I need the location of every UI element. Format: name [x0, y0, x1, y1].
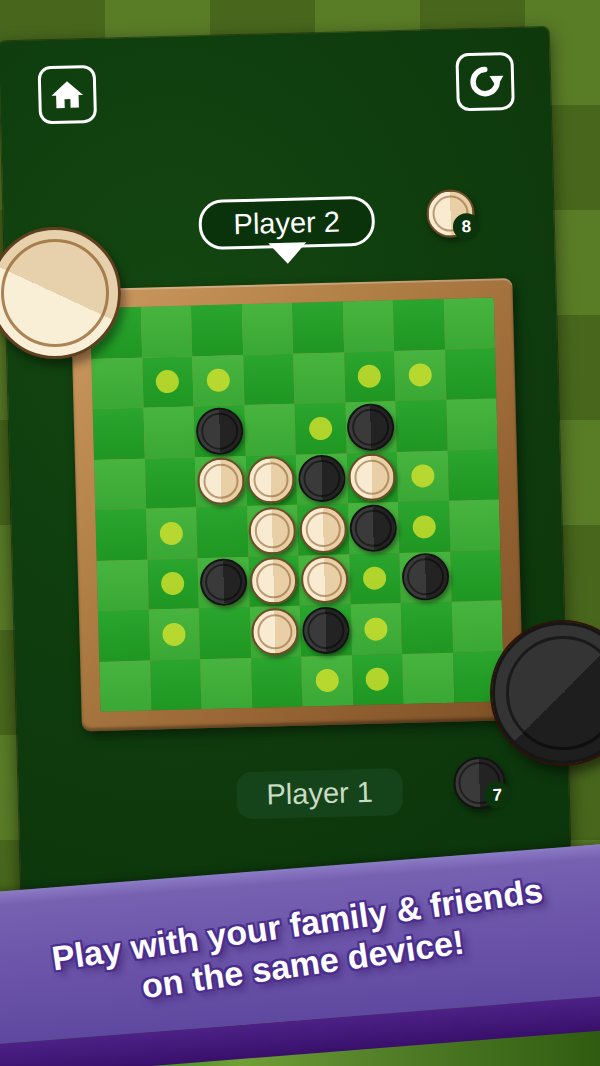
white-piece — [348, 453, 396, 501]
home-icon — [47, 74, 88, 115]
board-cell[interactable] — [344, 351, 396, 403]
board-cell[interactable] — [349, 553, 401, 605]
legal-move-dot — [364, 617, 388, 641]
board-frame — [70, 278, 523, 731]
legal-move-dot — [161, 572, 185, 596]
board-cell[interactable] — [342, 300, 394, 352]
board-cell[interactable] — [194, 405, 246, 457]
board-cell[interactable] — [140, 305, 192, 357]
board-grid — [90, 297, 504, 711]
white-piece — [299, 505, 347, 553]
board-cell[interactable] — [191, 304, 243, 356]
white-piece — [247, 456, 295, 504]
legal-move-dot — [363, 567, 387, 591]
board-cell[interactable] — [243, 353, 295, 405]
board-cell[interactable] — [199, 607, 251, 659]
restart-icon — [465, 61, 506, 102]
legal-move-dot — [408, 363, 432, 387]
board-cell[interactable] — [248, 555, 300, 607]
board-cell[interactable] — [352, 654, 404, 706]
board-cell[interactable] — [346, 452, 398, 504]
board-cell[interactable] — [296, 453, 348, 505]
legal-move-dot — [156, 370, 180, 394]
game-panel: Player 2 8 Player 1 7 — [0, 27, 571, 896]
board-cell[interactable] — [245, 454, 297, 506]
home-button[interactable] — [38, 65, 97, 124]
board-cell[interactable] — [144, 457, 196, 509]
legal-move-dot — [309, 417, 333, 441]
restart-button[interactable] — [455, 52, 514, 111]
player1-label-text: Player 1 — [266, 776, 373, 812]
board-cell[interactable] — [443, 297, 495, 349]
board-cell[interactable] — [147, 558, 199, 610]
board-cell[interactable] — [99, 660, 151, 712]
board-cell[interactable] — [143, 406, 195, 458]
board-cell[interactable] — [446, 398, 498, 450]
board-cell[interactable] — [241, 303, 293, 355]
white-piece — [251, 607, 299, 655]
board-cell[interactable] — [142, 356, 194, 408]
white-score-badge: 8 — [453, 213, 481, 241]
board-cell[interactable] — [93, 408, 145, 460]
turn-indicator-pointer — [268, 242, 307, 264]
board-cell[interactable] — [350, 603, 402, 655]
board-cell[interactable] — [293, 352, 345, 404]
board-cell[interactable] — [298, 554, 350, 606]
legal-move-dot — [162, 622, 186, 646]
board-cell[interactable] — [196, 506, 248, 558]
board-cell[interactable] — [449, 499, 501, 551]
board-cell[interactable] — [251, 656, 303, 708]
white-piece — [250, 557, 298, 605]
board-cell[interactable] — [451, 600, 503, 652]
black-piece — [302, 606, 350, 654]
board-cell[interactable] — [247, 505, 299, 557]
board-cell[interactable] — [146, 507, 198, 559]
board-cell[interactable] — [398, 501, 450, 553]
board-cell[interactable] — [249, 606, 301, 658]
board-cell[interactable] — [200, 657, 252, 709]
turn-indicator-label: Player 2 — [233, 205, 340, 241]
legal-move-dot — [358, 365, 382, 389]
board-cell[interactable] — [445, 348, 497, 400]
board-cell[interactable] — [294, 402, 346, 454]
legal-move-dot — [366, 668, 390, 692]
black-piece — [347, 403, 395, 451]
board-cell[interactable] — [397, 450, 449, 502]
black-piece — [199, 558, 247, 606]
legal-move-dot — [206, 369, 230, 393]
board-cell[interactable] — [95, 509, 147, 561]
board-cell[interactable] — [192, 355, 244, 407]
black-score-badge: 7 — [483, 781, 511, 809]
board-cell[interactable] — [402, 652, 454, 704]
player1-label: Player 1 — [236, 768, 403, 819]
black-piece — [195, 407, 243, 455]
board-cell[interactable] — [98, 610, 150, 662]
white-piece — [197, 457, 245, 505]
board-cell[interactable] — [300, 604, 352, 656]
board-cell[interactable] — [94, 458, 146, 510]
board-cell[interactable] — [401, 602, 453, 654]
board-cell[interactable] — [399, 551, 451, 603]
legal-move-dot — [412, 515, 436, 539]
game-screen: Player 2 8 Player 1 7 Play with your fam… — [0, 0, 600, 1066]
board-cell[interactable] — [447, 449, 499, 501]
board-cell[interactable] — [297, 503, 349, 555]
board-cell[interactable] — [348, 502, 400, 554]
legal-move-dot — [411, 464, 435, 488]
black-piece — [298, 455, 346, 503]
white-piece — [300, 556, 348, 604]
black-piece — [401, 553, 449, 601]
board-cell[interactable] — [393, 299, 445, 351]
legal-move-dot — [160, 521, 184, 545]
board-cell[interactable] — [301, 655, 353, 707]
board-cell[interactable] — [394, 349, 446, 401]
board-cell[interactable] — [450, 550, 502, 602]
board-cell[interactable] — [197, 557, 249, 609]
board-cell[interactable] — [244, 404, 296, 456]
legal-move-dot — [315, 669, 339, 693]
board-cell[interactable] — [148, 608, 200, 660]
board-cell[interactable] — [195, 456, 247, 508]
board-cell[interactable] — [395, 400, 447, 452]
board-cell[interactable] — [150, 659, 202, 711]
white-piece — [248, 506, 296, 554]
board-cell[interactable] — [292, 301, 344, 353]
black-piece — [349, 504, 397, 552]
board-cell[interactable] — [97, 559, 149, 611]
board-cell[interactable] — [345, 401, 397, 453]
board-cell[interactable] — [91, 357, 143, 409]
